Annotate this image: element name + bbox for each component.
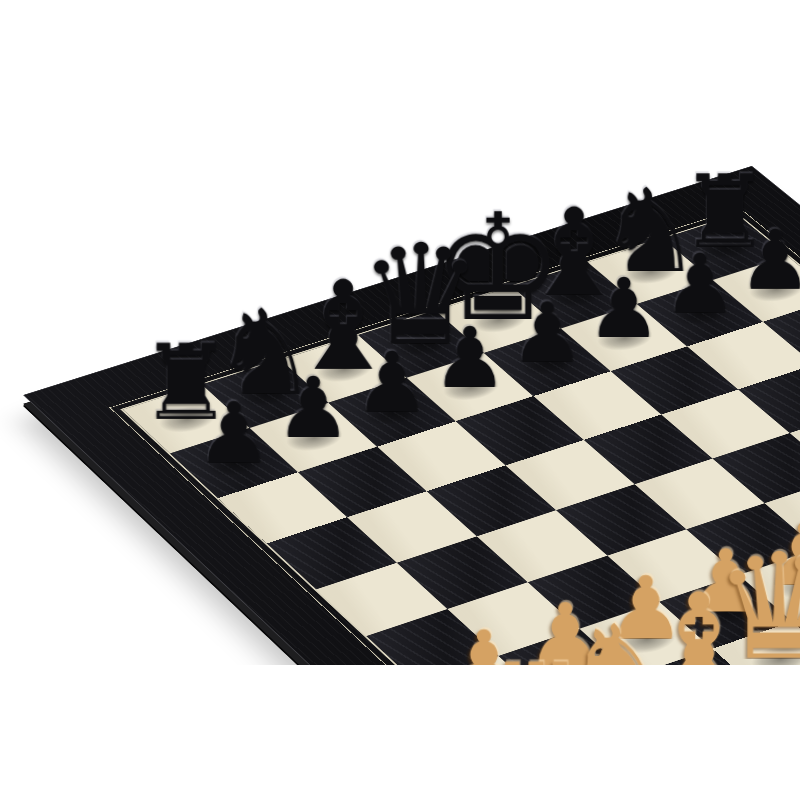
black-pawn-h7: ♟ <box>738 206 800 288</box>
black-pawn-b7: ♟ <box>275 353 351 438</box>
black-pawn-a7: ♟ <box>196 378 272 463</box>
black-pawn-f7: ♟ <box>587 254 662 337</box>
square-f6 <box>611 346 738 414</box>
black-pawn-c7: ♟ <box>354 328 430 412</box>
black-pawn-d7: ♟ <box>432 303 507 387</box>
black-pawn-e7: ♟ <box>510 279 585 363</box>
chess-board-grid: ♜♞♝♛♚♝♞♜♟♟♟♟♟♟♟♟♟♟♟♟♟♟♟♟♜♞♝♛♚♝♞♜ <box>120 213 800 665</box>
white-rook-a1: ♜ <box>487 632 586 665</box>
chess-board-frame: ♜♞♝♛♚♝♞♜♟♟♟♟♟♟♟♟♟♟♟♟♟♟♟♟♜♞♝♛♚♝♞♜ <box>23 166 800 665</box>
square-g5 <box>738 365 800 434</box>
black-pawn-g7: ♟ <box>663 230 737 313</box>
chess-set-product-photo: ♜♞♝♛♚♝♞♜♟♟♟♟♟♟♟♟♟♟♟♟♟♟♟♟♜♞♝♛♚♝♞♜ <box>0 0 800 665</box>
square-f4 <box>713 433 800 503</box>
